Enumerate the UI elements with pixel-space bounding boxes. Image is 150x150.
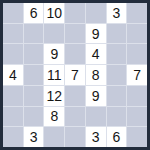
empty-cell[interactable] [86,3,106,23]
clue-cell: 4 [3,65,23,85]
empty-cell[interactable] [3,127,23,147]
puzzle-board: 61039944117871298336 [0,0,150,150]
clue-cell: 9 [86,86,106,106]
empty-cell[interactable] [127,107,147,127]
empty-cell[interactable] [107,24,127,44]
empty-cell[interactable] [24,86,44,106]
clue-cell: 9 [86,24,106,44]
clue-cell: 12 [44,86,64,106]
empty-cell[interactable] [86,107,106,127]
empty-cell[interactable] [3,3,23,23]
clue-cell: 7 [127,65,147,85]
empty-cell[interactable] [65,127,85,147]
clue-cell: 4 [86,44,106,64]
empty-cell[interactable] [24,65,44,85]
empty-cell[interactable] [127,127,147,147]
empty-cell[interactable] [44,24,64,44]
clue-cell: 9 [44,44,64,64]
empty-cell[interactable] [65,86,85,106]
empty-cell[interactable] [3,24,23,44]
empty-cell[interactable] [107,44,127,64]
empty-cell[interactable] [65,24,85,44]
clue-cell: 6 [107,127,127,147]
clue-cell: 8 [86,65,106,85]
empty-cell[interactable] [127,86,147,106]
empty-cell[interactable] [3,86,23,106]
clue-cell: 3 [24,127,44,147]
empty-cell[interactable] [107,65,127,85]
clue-cell: 10 [44,3,64,23]
empty-cell[interactable] [127,3,147,23]
clue-cell: 3 [86,127,106,147]
empty-cell[interactable] [24,107,44,127]
empty-cell[interactable] [107,86,127,106]
empty-cell[interactable] [44,127,64,147]
empty-cell[interactable] [127,24,147,44]
empty-cell[interactable] [3,44,23,64]
empty-cell[interactable] [65,44,85,64]
empty-cell[interactable] [24,24,44,44]
empty-cell[interactable] [24,44,44,64]
empty-cell[interactable] [65,3,85,23]
clue-cell: 7 [65,65,85,85]
clue-cell: 8 [44,107,64,127]
clue-cell: 11 [44,65,64,85]
empty-cell[interactable] [3,107,23,127]
clue-cell: 6 [24,3,44,23]
empty-cell[interactable] [127,44,147,64]
empty-cell[interactable] [65,107,85,127]
empty-cell[interactable] [107,107,127,127]
clue-cell: 3 [107,3,127,23]
